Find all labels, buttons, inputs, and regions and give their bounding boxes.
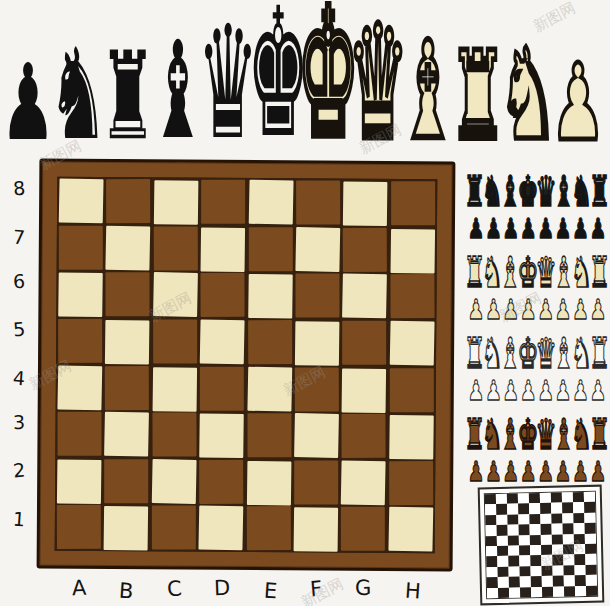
square-h3[interactable]	[389, 415, 434, 459]
large-piece-row: ♟♞♜♝♛♚♚♛♝♜♞♟	[4, 0, 606, 142]
mini-square	[541, 524, 552, 535]
mini-square	[552, 544, 563, 555]
square-f3[interactable]	[294, 413, 339, 457]
mini-square	[530, 566, 541, 577]
large-cream-king: ♚	[304, 90, 352, 142]
white-outline-set-rook: ♜	[591, 338, 608, 372]
white-outline-set-pawn: ♟	[504, 380, 518, 402]
mini-square	[520, 576, 531, 587]
mini-square	[552, 555, 563, 566]
black-set-bishop: ♝	[502, 176, 519, 210]
board-grid	[55, 177, 438, 554]
rank-labels: 87654321	[8, 164, 30, 540]
square-b6[interactable]	[106, 272, 150, 316]
square-e8[interactable]	[248, 180, 293, 224]
cream-set-bishop: ♝	[502, 257, 519, 291]
square-f2[interactable]	[294, 460, 338, 504]
square-f7[interactable]	[295, 227, 340, 271]
mini-square	[507, 514, 518, 525]
black-set-knight: ♞	[484, 176, 501, 210]
mini-square	[485, 494, 496, 505]
brown-set-bishop: ♝	[555, 419, 572, 453]
white-outline-set-bishop: ♝	[502, 338, 519, 372]
mini-square	[563, 555, 574, 566]
mini-square	[509, 577, 520, 588]
brown-set-bishop: ♝	[502, 419, 519, 453]
mini-square	[541, 566, 552, 577]
mini-square	[509, 587, 520, 598]
white-outline-back-row: ♜♞♝♚♛♝♞♜	[466, 334, 608, 372]
square-g7[interactable]	[343, 227, 388, 271]
mini-square	[486, 525, 497, 536]
file-label-e: E	[263, 579, 278, 604]
white-outline-set-pawn: ♟	[469, 380, 483, 402]
white-outline-set-bishop: ♝	[555, 338, 572, 372]
mini-square	[540, 514, 551, 525]
white-outline-set-pawn: ♟	[521, 380, 535, 402]
mini-square	[563, 523, 574, 534]
mini-square	[552, 534, 563, 545]
mini-square	[487, 577, 498, 588]
brown-set-queen: ♛	[537, 419, 554, 453]
cream-set-rook: ♜	[591, 257, 608, 291]
mini-square	[585, 533, 596, 544]
mini-square	[562, 503, 573, 514]
white-outline-set-queen: ♛	[537, 338, 554, 372]
mini-square	[486, 556, 497, 567]
black-set-queen: ♛	[537, 176, 554, 210]
square-h7[interactable]	[390, 229, 435, 273]
rank-label-4: 4	[12, 366, 26, 389]
rank-label-3: 3	[13, 410, 26, 432]
square-d8[interactable]	[201, 180, 245, 224]
white-outline-pawn-row: ♟♟♟♟♟♟♟♟	[466, 377, 608, 402]
mini-square	[574, 534, 585, 545]
square-d7[interactable]	[201, 227, 246, 271]
mini-square	[485, 515, 496, 526]
black-set-pawn: ♟	[521, 218, 535, 240]
cream-set-pawn: ♟	[556, 299, 570, 321]
mini-square	[541, 534, 552, 545]
large-cream-knight: ♞	[504, 92, 552, 142]
file-label-d: D	[214, 576, 231, 601]
mini-square	[508, 535, 519, 546]
mini-square	[485, 504, 496, 515]
mini-square	[585, 565, 596, 576]
white-outline-set-pawn: ♟	[574, 380, 588, 402]
piece-set-cream: ♜♞♝♚♛♝♞♜♟♟♟♟♟♟♟♟	[466, 253, 608, 321]
square-d3[interactable]	[199, 414, 244, 458]
square-a1[interactable]	[57, 505, 102, 549]
mini-square	[507, 504, 518, 515]
mini-square	[563, 565, 574, 576]
rank-label-2: 2	[12, 458, 26, 481]
piece-sets-panel: ♜♞♝♚♛♝♞♜♟♟♟♟♟♟♟♟♜♞♝♚♛♝♞♜♟♟♟♟♟♟♟♟♜♞♝♚♛♝♞♜…	[466, 172, 608, 496]
board-frame	[37, 159, 456, 572]
mini-square	[562, 513, 573, 524]
square-g5[interactable]	[342, 321, 386, 365]
mini-square	[563, 544, 574, 555]
mini-square	[584, 492, 595, 503]
mini-square	[573, 492, 584, 503]
square-e7[interactable]	[248, 227, 292, 271]
mini-square	[519, 566, 530, 577]
cream-set-pawn: ♟	[486, 299, 500, 321]
brown-set-rook: ♜	[466, 419, 483, 453]
square-b5[interactable]	[105, 320, 150, 364]
square-a5[interactable]	[58, 319, 103, 363]
rank-label-8: 8	[12, 176, 26, 199]
mini-square	[496, 504, 507, 515]
mini-square	[518, 504, 529, 515]
rank-label-7: 7	[12, 225, 26, 248]
file-labels: ABCDEFGH	[55, 576, 437, 602]
mini-square	[551, 503, 562, 514]
black-back-row: ♜♞♝♚♛♝♞♜	[466, 172, 608, 210]
square-h4[interactable]	[389, 368, 433, 412]
mini-square	[551, 513, 562, 524]
mini-square	[551, 493, 562, 504]
file-label-h: H	[404, 578, 421, 603]
square-b3[interactable]	[104, 412, 149, 456]
piece-set-black: ♜♞♝♚♛♝♞♜♟♟♟♟♟♟♟♟	[466, 172, 608, 240]
square-a4[interactable]	[57, 365, 102, 409]
mini-square	[508, 545, 519, 556]
file-label-a: A	[71, 576, 86, 600]
mini-square	[574, 565, 585, 576]
square-g4[interactable]	[342, 368, 387, 412]
large-black-rook: ♜	[104, 95, 152, 142]
large-black-king: ♚	[254, 90, 302, 142]
square-b4[interactable]	[105, 366, 150, 410]
file-label-g: G	[355, 576, 372, 601]
mini-square	[497, 535, 508, 546]
mini-square	[574, 544, 585, 555]
mini-board-grid	[484, 491, 598, 600]
mini-square	[562, 492, 573, 503]
mini-square	[575, 575, 586, 586]
mini-square	[584, 513, 595, 524]
mini-square	[552, 565, 563, 576]
rank-label-5: 5	[12, 317, 26, 340]
large-cream-queen: ♛	[354, 92, 402, 142]
mini-square	[519, 524, 530, 535]
cream-pawn-row: ♟♟♟♟♟♟♟♟	[466, 296, 608, 321]
cream-set-pawn: ♟	[591, 299, 605, 321]
mini-square	[529, 514, 540, 525]
large-black-pawn: ♟	[4, 96, 52, 142]
black-set-knight: ♞	[573, 176, 590, 210]
brown-set-pawn: ♟	[504, 461, 518, 483]
square-b8[interactable]	[106, 179, 151, 223]
mini-square	[542, 586, 553, 597]
mini-square	[507, 494, 518, 505]
mini-square	[496, 494, 507, 505]
cream-set-queen: ♛	[537, 257, 554, 291]
mini-square	[518, 514, 529, 525]
square-g3[interactable]	[342, 414, 387, 458]
piece-set-brown: ♜♞♝♚♛♝♞♜♟♟♟♟♟♟♟♟	[466, 415, 608, 483]
black-pawn-row: ♟♟♟♟♟♟♟♟	[466, 215, 608, 240]
mini-square	[564, 575, 575, 586]
mini-square	[519, 535, 530, 546]
cream-set-pawn: ♟	[504, 299, 518, 321]
white-outline-set-rook: ♜	[466, 338, 483, 372]
mini-square	[552, 524, 563, 535]
mini-square	[540, 493, 551, 504]
square-d2[interactable]	[199, 460, 244, 504]
black-set-pawn: ♟	[574, 218, 588, 240]
square-g6[interactable]	[342, 274, 387, 318]
white-outline-set-pawn: ♟	[556, 380, 570, 402]
mini-square	[530, 545, 541, 556]
pawn-piece-glyph: ♟	[550, 64, 606, 142]
mini-square	[486, 546, 497, 557]
black-set-pawn: ♟	[469, 218, 483, 240]
square-d5[interactable]	[200, 319, 245, 363]
large-black-bishop: ♝	[154, 95, 202, 142]
white-outline-set-knight: ♞	[484, 338, 501, 372]
mini-square	[585, 523, 596, 534]
mini-square	[574, 523, 585, 534]
black-set-rook: ♜	[591, 176, 608, 210]
square-a7[interactable]	[59, 225, 103, 269]
brown-pawn-row: ♟♟♟♟♟♟♟♟	[466, 458, 608, 483]
brown-set-knight: ♞	[484, 419, 501, 453]
piece-set-white-outline: ♜♞♝♚♛♝♞♜♟♟♟♟♟♟♟♟	[466, 334, 608, 402]
square-c1[interactable]	[152, 506, 196, 550]
square-f5[interactable]	[295, 321, 340, 365]
mini-square	[529, 493, 540, 504]
mini-square	[498, 577, 509, 588]
square-e5[interactable]	[248, 320, 293, 364]
cream-set-bishop: ♝	[555, 257, 572, 291]
square-g8[interactable]	[343, 182, 388, 226]
square-c6[interactable]	[153, 272, 198, 316]
white-outline-set-pawn: ♟	[539, 380, 553, 402]
mini-square	[529, 503, 540, 514]
brown-set-knight: ♞	[573, 419, 590, 453]
black-set-king: ♚	[520, 176, 537, 210]
cream-set-pawn: ♟	[574, 299, 588, 321]
brown-back-row: ♜♞♝♚♛♝♞♜	[466, 415, 608, 453]
mini-square	[563, 534, 574, 545]
black-set-pawn: ♟	[539, 218, 553, 240]
square-a3[interactable]	[58, 412, 102, 456]
mini-square	[497, 556, 508, 567]
square-e1[interactable]	[246, 506, 291, 550]
cream-set-knight: ♞	[484, 257, 501, 291]
mini-square	[564, 586, 575, 597]
square-c4[interactable]	[152, 367, 197, 411]
mini-square	[542, 576, 553, 587]
black-set-pawn: ♟	[556, 218, 570, 240]
black-set-rook: ♜	[466, 176, 483, 210]
square-c5[interactable]	[153, 319, 197, 363]
large-black-knight: ♞	[54, 92, 102, 142]
mini-square	[519, 545, 530, 556]
mini-square	[553, 576, 564, 587]
square-h1[interactable]	[388, 507, 433, 551]
mini-square	[541, 545, 552, 556]
square-e4[interactable]	[247, 366, 292, 410]
mini-square	[486, 567, 497, 578]
mini-square	[586, 585, 597, 596]
brown-set-pawn: ♟	[556, 461, 570, 483]
square-a6[interactable]	[58, 273, 103, 317]
brown-set-pawn: ♟	[469, 461, 483, 483]
mini-square	[530, 524, 541, 535]
square-c7[interactable]	[153, 226, 198, 270]
file-label-b: B	[118, 579, 134, 604]
bishop-piece-glyph: ♝	[399, 43, 456, 142]
square-d1[interactable]	[199, 506, 244, 550]
mini-square	[508, 566, 519, 577]
square-b2[interactable]	[105, 459, 149, 503]
file-label-c: C	[166, 576, 183, 601]
black-set-pawn: ♟	[504, 218, 518, 240]
mini-square	[519, 556, 530, 567]
square-d6[interactable]	[201, 273, 246, 317]
square-h6[interactable]	[390, 274, 435, 318]
mini-square	[487, 588, 498, 599]
square-g2[interactable]	[341, 460, 386, 504]
mini-square	[586, 575, 597, 586]
brown-set-pawn: ♟	[591, 461, 605, 483]
chess-clipart-canvas: ♟♞♜♝♛♚♚♛♝♜♞♟ 87654321 ABCDEFGH ♜♞♝♚♛♝♞♜♟…	[0, 0, 610, 606]
mini-square	[573, 502, 584, 513]
square-a2[interactable]	[57, 459, 102, 503]
square-g1[interactable]	[341, 507, 385, 551]
brown-set-pawn: ♟	[521, 461, 535, 483]
square-e2[interactable]	[246, 461, 291, 505]
mini-square	[496, 515, 507, 526]
square-b7[interactable]	[106, 225, 151, 269]
square-f4[interactable]	[295, 367, 340, 411]
cream-set-knight: ♞	[573, 257, 590, 291]
file-label-f: F	[309, 577, 323, 602]
black-set-pawn: ♟	[591, 218, 605, 240]
cream-back-row: ♜♞♝♚♛♝♞♜	[466, 253, 608, 291]
mini-square	[540, 503, 551, 514]
white-outline-set-pawn: ♟	[591, 380, 605, 402]
cream-set-king: ♚	[520, 257, 537, 291]
brown-set-king: ♚	[520, 419, 537, 453]
square-c3[interactable]	[152, 413, 197, 457]
square-b1[interactable]	[104, 506, 149, 550]
white-outline-set-knight: ♞	[573, 338, 590, 372]
square-f6[interactable]	[295, 274, 339, 318]
large-cream-rook: ♜	[454, 95, 502, 142]
cream-set-pawn: ♟	[521, 299, 535, 321]
large-cream-bishop: ♝	[404, 95, 452, 142]
mini-square	[508, 525, 519, 536]
square-h5[interactable]	[389, 321, 434, 365]
square-f1[interactable]	[293, 508, 338, 552]
brown-set-rook: ♜	[591, 419, 608, 453]
mini-square	[531, 576, 542, 587]
mini-square	[584, 502, 595, 513]
mini-square	[520, 587, 531, 598]
mini-square	[486, 536, 497, 547]
large-black-queen: ♛	[204, 92, 252, 142]
mini-square	[553, 586, 564, 597]
square-h2[interactable]	[389, 461, 434, 505]
large-cream-pawn: ♟	[554, 96, 602, 142]
mini-square	[508, 556, 519, 567]
brown-set-pawn: ♟	[486, 461, 500, 483]
mini-square	[531, 587, 542, 598]
mini-square	[573, 513, 584, 524]
black-set-bishop: ♝	[555, 176, 572, 210]
mini-square	[497, 525, 508, 536]
mini-square	[575, 586, 586, 597]
black-set-pawn: ♟	[486, 218, 500, 240]
mini-square	[530, 535, 541, 546]
square-c2[interactable]	[152, 459, 197, 503]
square-e3[interactable]	[247, 413, 291, 457]
square-d4[interactable]	[200, 366, 244, 410]
rank-label-1: 1	[12, 507, 26, 530]
square-e6[interactable]	[248, 274, 293, 318]
mini-square	[574, 554, 585, 565]
cream-set-rook: ♜	[466, 257, 483, 291]
mini-square	[498, 587, 509, 598]
mini-square	[497, 567, 508, 578]
mini-square	[530, 555, 541, 566]
cream-set-pawn: ♟	[469, 299, 483, 321]
rank-label-6: 6	[13, 269, 26, 291]
white-outline-set-king: ♚	[520, 338, 537, 372]
cream-set-pawn: ♟	[539, 299, 553, 321]
mini-square	[585, 544, 596, 555]
white-outline-set-pawn: ♟	[486, 380, 500, 402]
square-h8[interactable]	[391, 181, 435, 225]
square-c8[interactable]	[154, 180, 199, 224]
rook-piece-glyph: ♜	[99, 52, 156, 142]
square-f8[interactable]	[296, 180, 341, 224]
mini-square	[518, 493, 529, 504]
square-a8[interactable]	[59, 178, 104, 222]
main-board: 87654321 ABCDEFGH	[0, 148, 470, 606]
mini-square	[541, 555, 552, 566]
brown-set-pawn: ♟	[574, 461, 588, 483]
mini-square	[585, 554, 596, 565]
mini-board	[478, 485, 605, 606]
brown-set-pawn: ♟	[539, 461, 553, 483]
mini-square	[497, 546, 508, 557]
